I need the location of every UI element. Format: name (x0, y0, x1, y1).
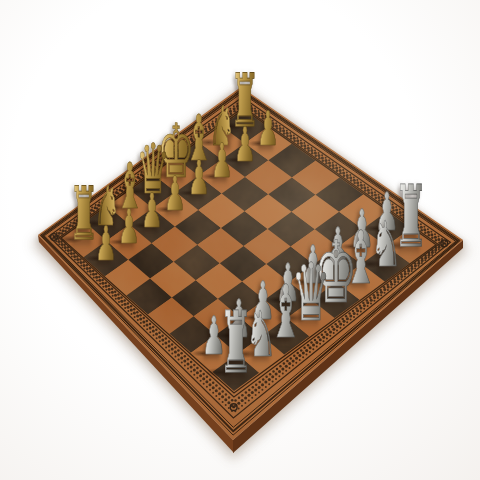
chessboard-photo: ♜♞♝♛♚♝♞♜♟♟♟♟♟♟♟♟♟♟♟♟♟♟♟♟♜♞♝♛♚♝♞♜ (0, 0, 480, 480)
